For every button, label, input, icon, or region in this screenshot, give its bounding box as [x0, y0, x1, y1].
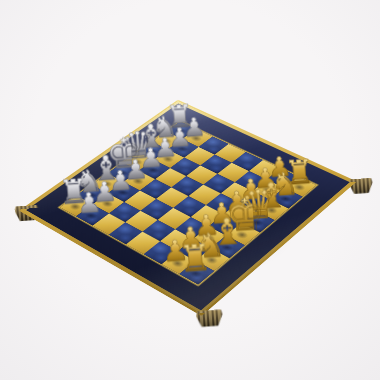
piece-black-rook-h8[interactable]: ♜: [178, 240, 208, 276]
photo-scene: ♜♟♟♜♞♟♟♞♝♟♟♝♛♟♟♛♚♟♟♚♝♟♟♝♞♟♟♞♜♟♟♜: [0, 0, 380, 380]
chess-set: ♜♟♟♜♞♟♟♞♝♟♟♝♛♟♟♛♚♟♟♚♝♟♟♝♞♟♟♞♜♟♟♜: [19, 100, 357, 316]
camera-roll-wrapper: ♜♟♟♜♞♟♟♞♝♟♟♝♛♟♟♛♚♟♟♚♝♟♟♝♞♟♟♞♜♟♟♜: [0, 0, 380, 380]
perspective-scene: ♜♟♟♜♞♟♟♞♝♟♟♝♛♟♟♛♚♟♟♚♝♟♟♝♞♟♟♞♜♟♟♜: [0, 0, 380, 380]
piece-white-pawn-h2[interactable]: ♟: [75, 190, 103, 218]
